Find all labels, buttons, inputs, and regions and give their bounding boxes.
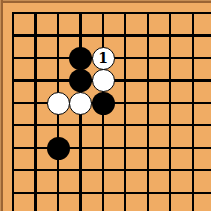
white-stone-move-1: 1 <box>92 47 115 70</box>
white-stone <box>92 69 115 92</box>
stones-layer: 1 <box>0 0 211 211</box>
move-number-label: 1 <box>98 51 108 65</box>
black-stone <box>69 69 92 92</box>
white-stone <box>47 92 70 115</box>
black-stone <box>47 137 70 160</box>
black-stone <box>92 92 115 115</box>
black-stone <box>69 47 92 70</box>
go-board: 1 <box>0 0 211 211</box>
white-stone <box>69 92 92 115</box>
